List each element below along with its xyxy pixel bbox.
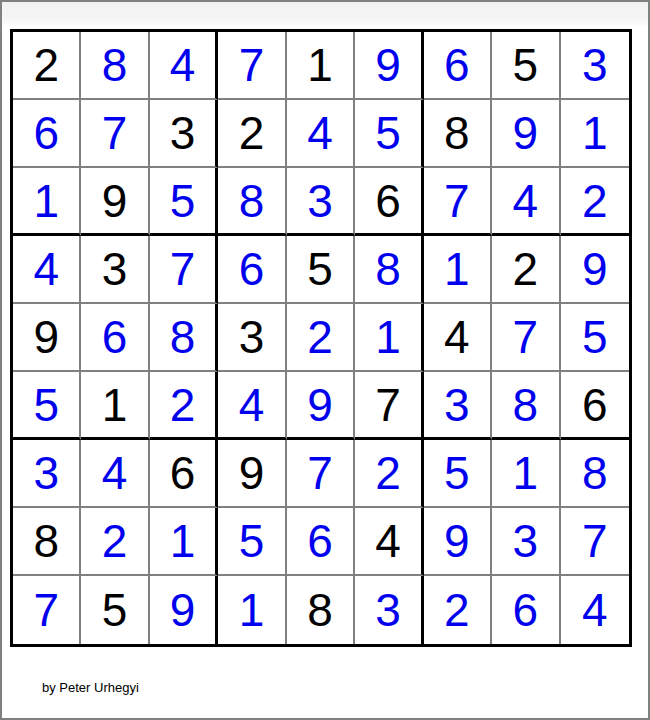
cell-r2c4[interactable]: 2 bbox=[218, 100, 286, 168]
cell-r8c5[interactable]: 6 bbox=[287, 508, 355, 576]
cell-r4c6[interactable]: 8 bbox=[355, 236, 423, 304]
cell-r5c9[interactable]: 5 bbox=[561, 304, 629, 372]
cell-r4c1[interactable]: 4 bbox=[13, 236, 81, 304]
sudoku-board: 2847196536732458911958367424376581299683… bbox=[10, 29, 632, 647]
cell-r3c9[interactable]: 2 bbox=[561, 168, 629, 236]
cell-r2c1[interactable]: 6 bbox=[13, 100, 81, 168]
cell-r7c1[interactable]: 3 bbox=[13, 440, 81, 508]
cell-r1c3[interactable]: 4 bbox=[150, 32, 218, 100]
cell-r8c1[interactable]: 8 bbox=[13, 508, 81, 576]
cell-r4c8[interactable]: 2 bbox=[492, 236, 560, 304]
cell-r8c8[interactable]: 3 bbox=[492, 508, 560, 576]
cell-r4c7[interactable]: 1 bbox=[424, 236, 492, 304]
cell-r3c3[interactable]: 5 bbox=[150, 168, 218, 236]
cell-r6c3[interactable]: 2 bbox=[150, 372, 218, 440]
credit-text: by Peter Urhegyi bbox=[42, 680, 139, 695]
cell-r2c8[interactable]: 9 bbox=[492, 100, 560, 168]
cell-r2c5[interactable]: 4 bbox=[287, 100, 355, 168]
cell-r6c5[interactable]: 9 bbox=[287, 372, 355, 440]
header-band bbox=[2, 2, 648, 27]
cell-r6c7[interactable]: 3 bbox=[424, 372, 492, 440]
cell-r9c5[interactable]: 8 bbox=[287, 576, 355, 644]
cell-r6c6[interactable]: 7 bbox=[355, 372, 423, 440]
cell-r7c2[interactable]: 4 bbox=[81, 440, 149, 508]
cell-r2c6[interactable]: 5 bbox=[355, 100, 423, 168]
cell-r5c2[interactable]: 6 bbox=[81, 304, 149, 372]
cell-r3c2[interactable]: 9 bbox=[81, 168, 149, 236]
cell-r6c8[interactable]: 8 bbox=[492, 372, 560, 440]
cell-r3c1[interactable]: 1 bbox=[13, 168, 81, 236]
cell-r7c6[interactable]: 2 bbox=[355, 440, 423, 508]
cell-r3c7[interactable]: 7 bbox=[424, 168, 492, 236]
cell-r7c8[interactable]: 1 bbox=[492, 440, 560, 508]
cell-r5c3[interactable]: 8 bbox=[150, 304, 218, 372]
cell-r6c9[interactable]: 6 bbox=[561, 372, 629, 440]
cell-r1c1[interactable]: 2 bbox=[13, 32, 81, 100]
cell-r4c3[interactable]: 7 bbox=[150, 236, 218, 304]
cell-r8c4[interactable]: 5 bbox=[218, 508, 286, 576]
cell-r3c6[interactable]: 6 bbox=[355, 168, 423, 236]
cell-r4c4[interactable]: 6 bbox=[218, 236, 286, 304]
cell-r5c5[interactable]: 2 bbox=[287, 304, 355, 372]
cell-r5c6[interactable]: 1 bbox=[355, 304, 423, 372]
cell-r8c2[interactable]: 2 bbox=[81, 508, 149, 576]
cell-r7c7[interactable]: 5 bbox=[424, 440, 492, 508]
cell-r9c4[interactable]: 1 bbox=[218, 576, 286, 644]
cell-r2c2[interactable]: 7 bbox=[81, 100, 149, 168]
cell-r1c7[interactable]: 6 bbox=[424, 32, 492, 100]
cell-r9c8[interactable]: 6 bbox=[492, 576, 560, 644]
cell-r9c3[interactable]: 9 bbox=[150, 576, 218, 644]
cell-r7c5[interactable]: 7 bbox=[287, 440, 355, 508]
cell-r9c7[interactable]: 2 bbox=[424, 576, 492, 644]
cell-r1c5[interactable]: 1 bbox=[287, 32, 355, 100]
cell-r8c6[interactable]: 4 bbox=[355, 508, 423, 576]
cell-r9c1[interactable]: 7 bbox=[13, 576, 81, 644]
cell-r9c9[interactable]: 4 bbox=[561, 576, 629, 644]
cell-r1c8[interactable]: 5 bbox=[492, 32, 560, 100]
sudoku-page: 2847196536732458911958367424376581299683… bbox=[0, 0, 650, 720]
cell-r1c9[interactable]: 3 bbox=[561, 32, 629, 100]
cell-r6c4[interactable]: 4 bbox=[218, 372, 286, 440]
cell-r5c4[interactable]: 3 bbox=[218, 304, 286, 372]
cell-r9c6[interactable]: 3 bbox=[355, 576, 423, 644]
cell-r3c8[interactable]: 4 bbox=[492, 168, 560, 236]
cell-r9c2[interactable]: 5 bbox=[81, 576, 149, 644]
cell-r3c5[interactable]: 3 bbox=[287, 168, 355, 236]
cell-r7c3[interactable]: 6 bbox=[150, 440, 218, 508]
cell-r2c3[interactable]: 3 bbox=[150, 100, 218, 168]
cell-r5c8[interactable]: 7 bbox=[492, 304, 560, 372]
cell-r3c4[interactable]: 8 bbox=[218, 168, 286, 236]
cell-r4c5[interactable]: 5 bbox=[287, 236, 355, 304]
cell-r1c6[interactable]: 9 bbox=[355, 32, 423, 100]
cell-r7c4[interactable]: 9 bbox=[218, 440, 286, 508]
cell-r2c7[interactable]: 8 bbox=[424, 100, 492, 168]
cell-r1c2[interactable]: 8 bbox=[81, 32, 149, 100]
cell-r4c2[interactable]: 3 bbox=[81, 236, 149, 304]
cell-r2c9[interactable]: 1 bbox=[561, 100, 629, 168]
cell-r1c4[interactable]: 7 bbox=[218, 32, 286, 100]
cell-r6c2[interactable]: 1 bbox=[81, 372, 149, 440]
cell-r8c7[interactable]: 9 bbox=[424, 508, 492, 576]
cell-r4c9[interactable]: 9 bbox=[561, 236, 629, 304]
cell-r5c7[interactable]: 4 bbox=[424, 304, 492, 372]
cell-r8c3[interactable]: 1 bbox=[150, 508, 218, 576]
cell-r5c1[interactable]: 9 bbox=[13, 304, 81, 372]
cell-r7c9[interactable]: 8 bbox=[561, 440, 629, 508]
cell-r8c9[interactable]: 7 bbox=[561, 508, 629, 576]
cell-r6c1[interactable]: 5 bbox=[13, 372, 81, 440]
